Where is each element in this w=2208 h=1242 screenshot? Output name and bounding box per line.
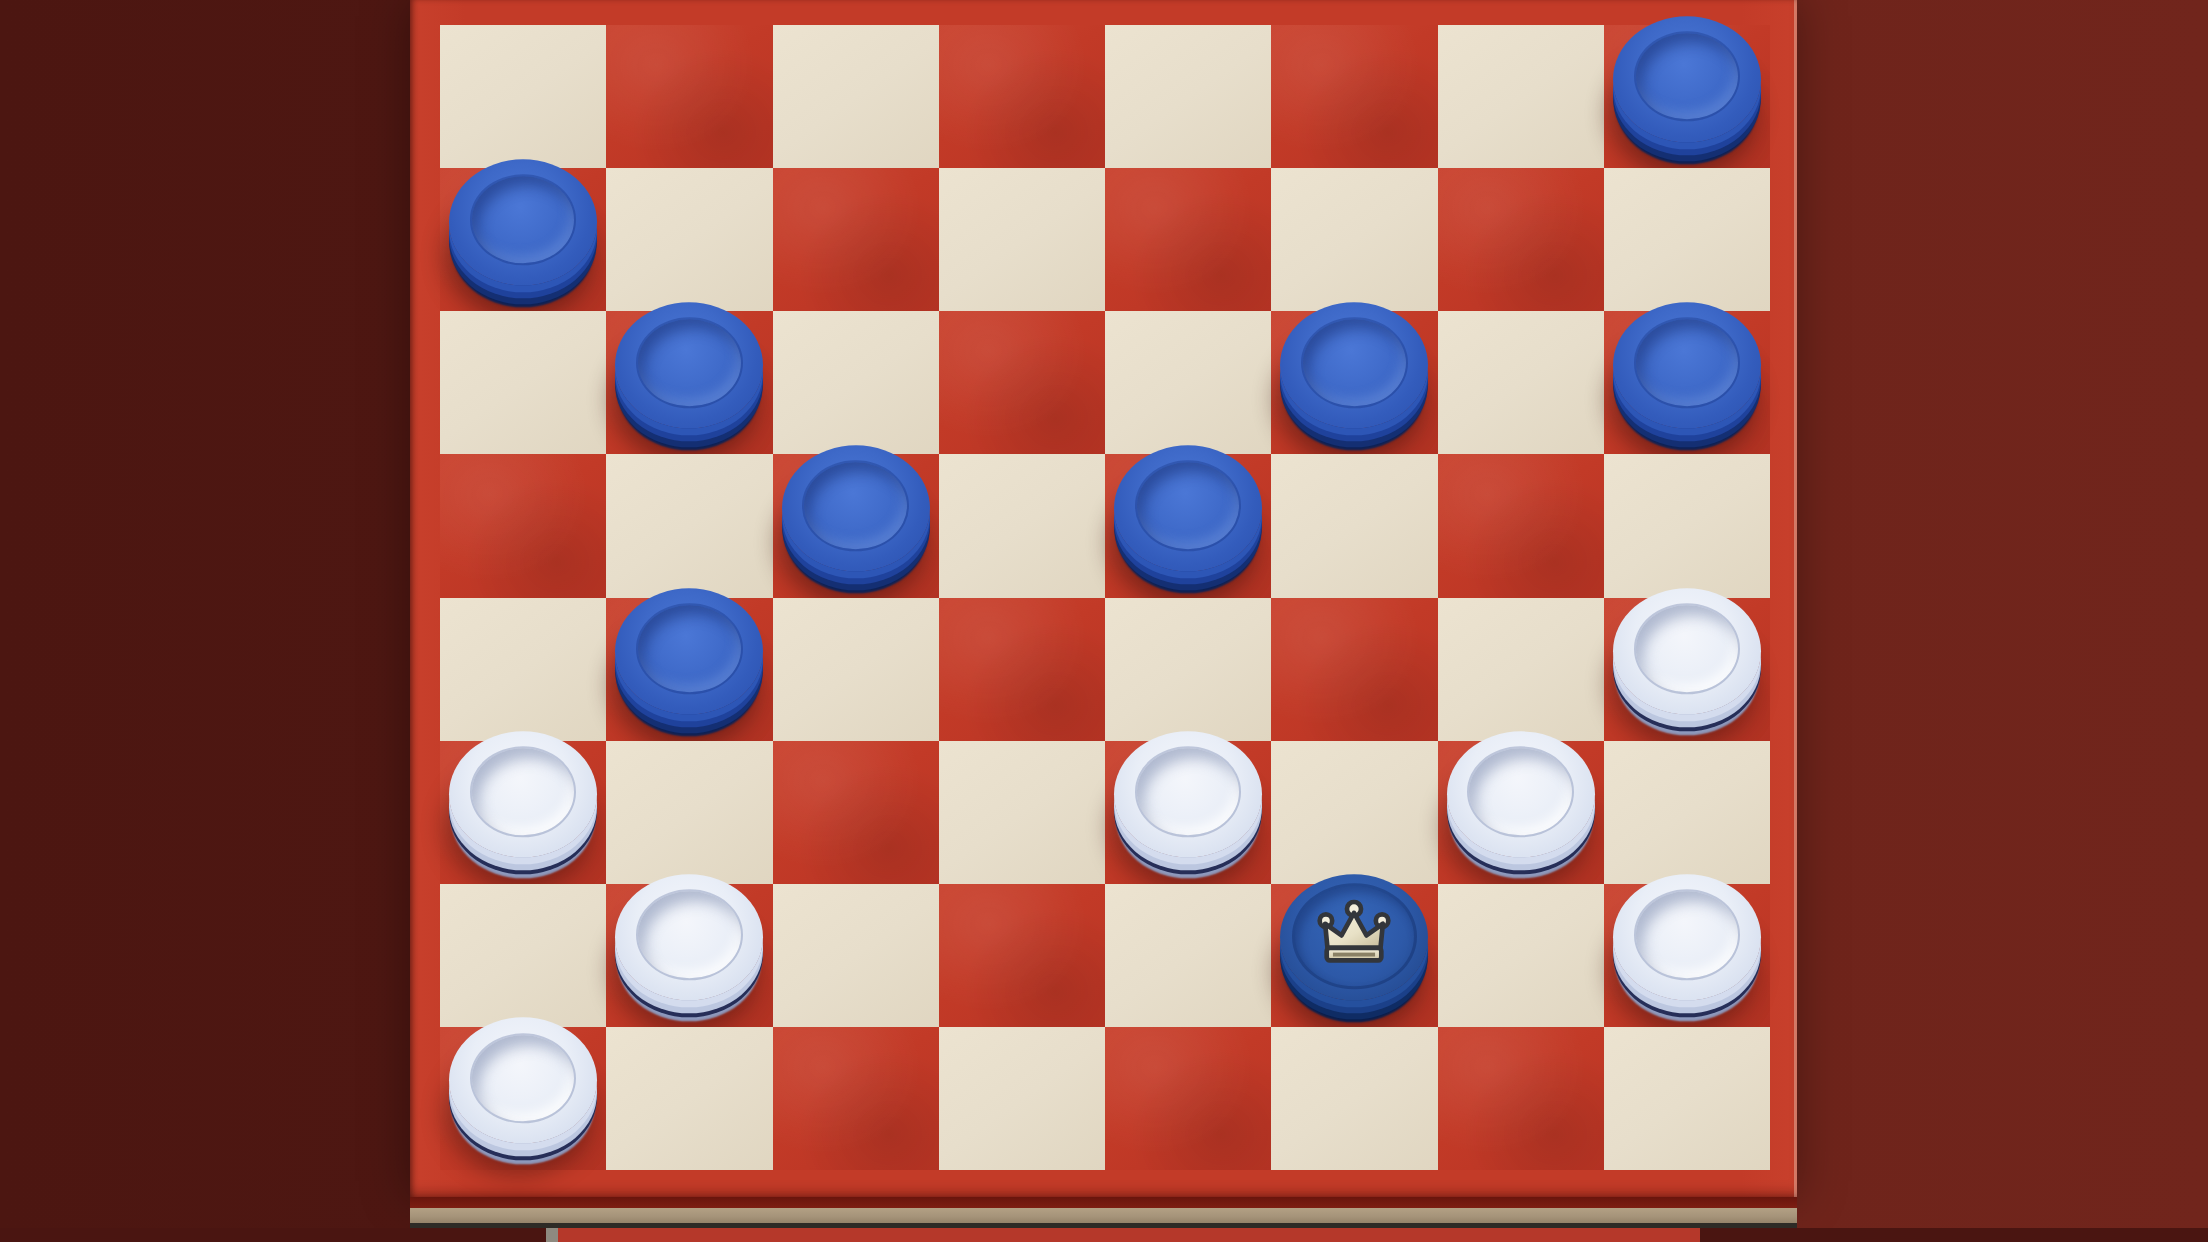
square-r3c7 <box>1604 454 1770 597</box>
square-r7c6[interactable] <box>1438 1027 1604 1170</box>
blue-man-piece[interactable] <box>1613 16 1761 142</box>
square-r2c7[interactable] <box>1604 311 1770 454</box>
square-r5c1 <box>606 741 772 884</box>
square-r5c2[interactable] <box>773 741 939 884</box>
square-r2c6 <box>1438 311 1604 454</box>
blue-man-piece[interactable] <box>1613 302 1761 428</box>
square-r2c2 <box>773 311 939 454</box>
square-r5c7 <box>1604 741 1770 884</box>
blue-man-piece[interactable] <box>1114 445 1262 571</box>
square-r4c1[interactable] <box>606 598 772 741</box>
square-r4c2 <box>773 598 939 741</box>
square-r2c0 <box>440 311 606 454</box>
square-r7c1 <box>606 1027 772 1170</box>
square-r3c3 <box>939 454 1105 597</box>
square-r5c6[interactable] <box>1438 741 1604 884</box>
white-man-piece[interactable] <box>1114 732 1262 858</box>
board-squares <box>440 25 1770 1170</box>
crown-icon <box>1315 900 1393 969</box>
blue-king-piece[interactable] <box>1280 875 1428 1001</box>
square-r7c4[interactable] <box>1105 1027 1271 1170</box>
square-r7c3 <box>939 1027 1105 1170</box>
square-r6c4 <box>1105 884 1271 1027</box>
white-man-piece[interactable] <box>1613 875 1761 1001</box>
square-r1c6[interactable] <box>1438 168 1604 311</box>
square-r0c5[interactable] <box>1271 25 1437 168</box>
square-r4c4 <box>1105 598 1271 741</box>
white-man-piece[interactable] <box>449 1018 597 1144</box>
square-r3c1 <box>606 454 772 597</box>
square-r6c5[interactable] <box>1271 884 1437 1027</box>
board-bottom-shadow <box>410 1197 1797 1208</box>
square-r2c1[interactable] <box>606 311 772 454</box>
square-r6c0 <box>440 884 606 1027</box>
square-r0c1[interactable] <box>606 25 772 168</box>
square-r1c3 <box>939 168 1105 311</box>
white-man-piece[interactable] <box>615 875 763 1001</box>
blue-man-piece[interactable] <box>1280 302 1428 428</box>
square-r3c0[interactable] <box>440 454 606 597</box>
blue-man-piece[interactable] <box>782 445 930 571</box>
table-front-red <box>558 1228 1700 1242</box>
square-r0c4 <box>1105 25 1271 168</box>
square-r1c1 <box>606 168 772 311</box>
square-r0c3[interactable] <box>939 25 1105 168</box>
square-r7c5 <box>1271 1027 1437 1170</box>
white-man-piece[interactable] <box>449 732 597 858</box>
blue-man-piece[interactable] <box>615 588 763 714</box>
square-r5c3 <box>939 741 1105 884</box>
square-r7c0[interactable] <box>440 1027 606 1170</box>
blue-man-piece[interactable] <box>615 302 763 428</box>
square-r6c2 <box>773 884 939 1027</box>
square-r4c0 <box>440 598 606 741</box>
square-r5c5 <box>1271 741 1437 884</box>
square-r0c0 <box>440 25 606 168</box>
blue-man-piece[interactable] <box>449 159 597 285</box>
square-r1c2[interactable] <box>773 168 939 311</box>
square-r4c5[interactable] <box>1271 598 1437 741</box>
square-r3c2[interactable] <box>773 454 939 597</box>
square-r2c5[interactable] <box>1271 311 1437 454</box>
square-r3c6[interactable] <box>1438 454 1604 597</box>
square-r6c6 <box>1438 884 1604 1027</box>
square-r5c0[interactable] <box>440 741 606 884</box>
white-man-piece[interactable] <box>1447 732 1595 858</box>
square-r1c7 <box>1604 168 1770 311</box>
square-r3c5 <box>1271 454 1437 597</box>
square-r0c7[interactable] <box>1604 25 1770 168</box>
checkers-board <box>410 0 1797 1197</box>
square-r3c4[interactable] <box>1105 454 1271 597</box>
square-r2c4 <box>1105 311 1271 454</box>
square-r1c4[interactable] <box>1105 168 1271 311</box>
square-r0c6 <box>1438 25 1604 168</box>
square-r4c7[interactable] <box>1604 598 1770 741</box>
shelf-edge <box>410 1208 1797 1223</box>
square-r6c3[interactable] <box>939 884 1105 1027</box>
square-r7c7 <box>1604 1027 1770 1170</box>
square-r4c3[interactable] <box>939 598 1105 741</box>
square-r6c7[interactable] <box>1604 884 1770 1027</box>
square-r7c2[interactable] <box>773 1027 939 1170</box>
square-r1c0[interactable] <box>440 168 606 311</box>
game-background <box>0 0 2208 1242</box>
square-r4c6 <box>1438 598 1604 741</box>
table-front-chip <box>546 1228 558 1242</box>
square-r6c1[interactable] <box>606 884 772 1027</box>
white-man-piece[interactable] <box>1613 588 1761 714</box>
square-r1c5 <box>1271 168 1437 311</box>
square-r0c2 <box>773 25 939 168</box>
table-front <box>0 1228 2208 1242</box>
square-r5c4[interactable] <box>1105 741 1271 884</box>
square-r2c3[interactable] <box>939 311 1105 454</box>
